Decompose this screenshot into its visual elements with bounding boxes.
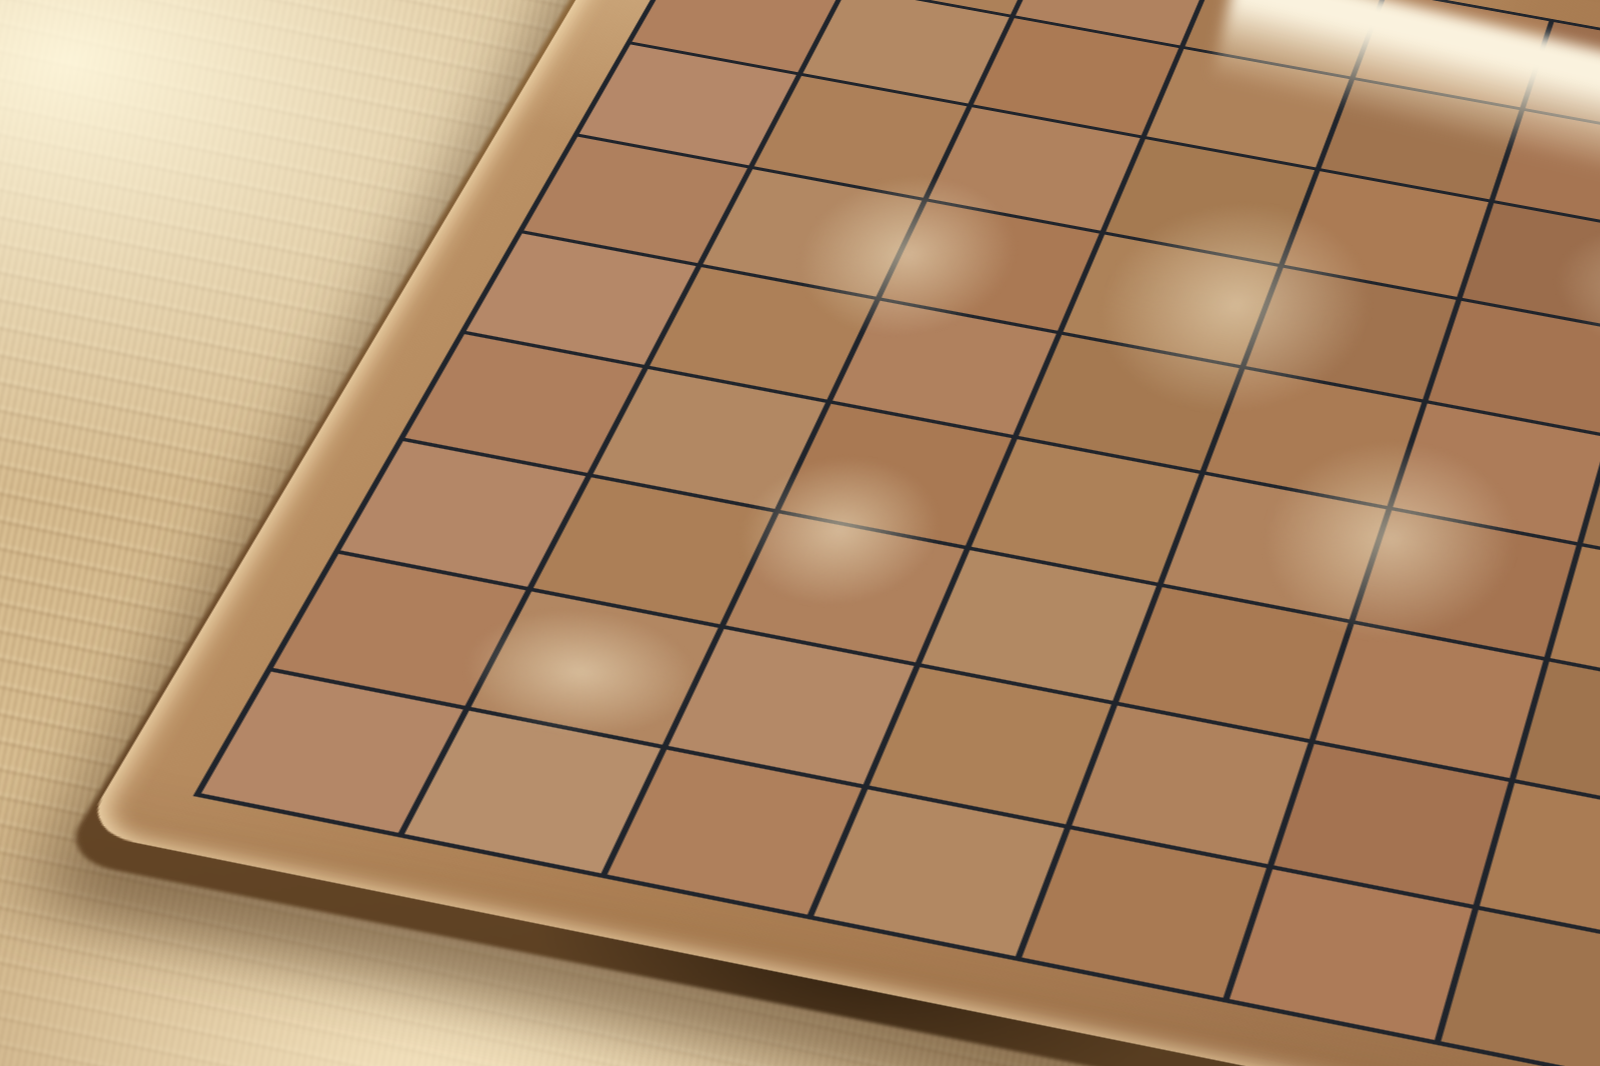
photo-scene (0, 0, 1600, 1066)
